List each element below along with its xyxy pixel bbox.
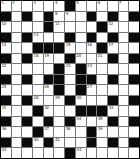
cell-2-8[interactable] [76,12,86,22]
cell-4-6[interactable] [54,33,64,43]
black-cell-11-8 [76,106,86,116]
black-cell-6-13 [129,54,139,64]
clue-number: 13 [34,33,39,37]
cell-3-7[interactable] [65,22,75,32]
cell-5-13[interactable] [129,43,139,53]
clue-number: 44 [76,148,81,152]
cell-15-1[interactable]: 43 [1,148,11,158]
clue-number: 41 [55,138,60,142]
cell-3-4[interactable] [33,22,43,32]
cell-6-6[interactable] [54,54,64,64]
black-cell-6-1 [1,54,11,64]
cell-13-2[interactable] [12,127,22,137]
clue-number: 33 [108,106,113,110]
cell-2-6[interactable]: 8 [54,12,64,22]
black-cell-7-6 [54,64,64,74]
cell-11-5[interactable]: 32 [44,106,54,116]
cell-15-6[interactable] [54,148,64,158]
clue-number: 29 [55,96,60,100]
cell-7-7[interactable]: 23 [65,64,75,74]
cell-15-2[interactable] [12,148,22,158]
cell-13-3[interactable] [22,127,32,137]
clue-number: 19 [44,54,49,58]
cell-7-11[interactable] [108,64,118,74]
black-cell-11-9 [87,106,97,116]
cell-15-4[interactable] [33,148,43,158]
black-cell-6-3 [22,54,32,64]
clue-number: 34 [76,117,81,121]
black-cell-8-9 [87,75,97,85]
black-cell-8-8 [76,75,86,85]
black-cell-4-11 [108,33,118,43]
black-cell-1-7 [65,1,75,11]
cell-4-10[interactable] [97,33,107,43]
cell-2-4[interactable] [33,12,43,22]
clue-number: 11 [55,22,60,26]
black-cell-14-13 [129,138,139,148]
clue-number: 21 [98,54,103,58]
black-cell-14-11 [108,138,118,148]
cell-3-1[interactable]: 10 [1,22,11,32]
cell-13-5[interactable]: 37 [44,127,54,137]
cell-4-2[interactable] [12,33,22,43]
cell-14-7[interactable] [65,138,75,148]
black-cell-10-11 [108,96,118,106]
black-cell-12-3 [22,117,32,127]
cell-3-2[interactable] [12,22,22,32]
clue-number: 22 [2,64,7,68]
cell-10-5[interactable] [44,96,54,106]
black-cell-5-10 [97,43,107,53]
clue-number: 32 [44,106,49,110]
cell-7-12[interactable] [119,64,129,74]
clue-number: 25 [2,85,7,89]
clue-number: 10 [2,22,7,26]
cell-1-5[interactable] [44,1,54,11]
cell-15-8[interactable]: 44 [76,148,86,158]
cell-9-4[interactable] [33,85,43,95]
black-cell-9-8 [76,85,86,95]
black-cell-13-4 [33,127,43,137]
cell-5-9[interactable]: 16 [87,43,97,53]
clue-number: 39 [98,127,103,131]
cell-15-12[interactable] [119,148,129,158]
cell-9-9[interactable]: 27 [87,85,97,95]
cell-11-6[interactable] [54,106,64,116]
cell-5-1[interactable]: 14 [1,43,11,53]
clue-number: 27 [87,85,92,89]
cell-5-8[interactable] [76,43,86,53]
black-cell-4-3 [22,33,32,43]
black-cell-4-13 [129,33,139,43]
clue-number: 30 [76,96,81,100]
black-cell-2-9 [87,12,97,22]
cell-10-2[interactable] [12,96,22,106]
black-cell-10-1 [1,96,11,106]
cell-1-13[interactable] [129,1,139,11]
cell-13-8[interactable] [76,127,86,137]
cell-15-10[interactable] [97,148,107,158]
cell-12-4[interactable] [33,117,43,127]
clue-number: 3 [34,1,36,5]
black-cell-14-9: 42 [87,138,97,148]
cell-7-9[interactable]: 24 [87,64,97,74]
cell-6-8[interactable]: 20 [76,54,86,64]
cell-11-13[interactable] [129,106,139,116]
black-cell-7-8 [76,64,86,74]
cell-1-10[interactable]: 6 [97,1,107,11]
clue-number: 16 [87,43,92,47]
black-cell-15-7 [65,148,75,158]
cell-9-1[interactable]: 25 [1,85,11,95]
black-cell-12-11 [108,117,118,127]
cell-13-7[interactable]: 38 [65,127,75,137]
cell-14-10[interactable] [97,138,107,148]
cell-13-6[interactable] [54,127,64,137]
black-cell-8-3 [22,75,32,85]
black-cell-12-1 [1,117,11,127]
black-cell-5-6 [54,43,64,53]
cell-1-3[interactable] [22,1,32,11]
black-cell-11-10 [97,106,107,116]
black-cell-10-13 [129,96,139,106]
black-cell-8-6 [54,75,64,85]
cell-8-12[interactable] [119,75,129,85]
black-cell-6-11 [108,54,118,64]
cell-6-4[interactable]: 18 [33,54,43,64]
black-cell-11-4 [33,106,43,116]
clue-number: 6 [98,1,100,5]
cell-3-12[interactable] [119,22,129,32]
black-cell-4-1 [1,33,11,43]
crossword-board: 1234567891011121314151617181920212223242… [0,0,140,159]
cell-15-9[interactable] [87,148,97,158]
cell-7-2[interactable] [12,64,22,74]
cell-15-11[interactable] [108,148,118,158]
clue-number: 15 [66,43,71,47]
black-cell-12-5 [44,117,54,127]
clue-number: 26 [44,85,49,89]
cell-8-4[interactable] [33,75,43,85]
black-cell-6-7 [65,54,75,64]
cell-9-3[interactable] [22,85,32,95]
cell-6-10[interactable]: 21 [97,54,107,64]
clue-number: 14 [2,43,7,47]
cell-1-8[interactable]: 5 [76,1,86,11]
cell-11-11[interactable]: 33 [108,106,118,116]
cell-7-4[interactable] [33,64,43,74]
cell-13-13[interactable] [129,127,139,137]
cell-15-13[interactable] [129,148,139,158]
cell-8-2[interactable] [12,75,22,85]
clue-number: 23 [66,64,71,68]
cell-7-10[interactable] [97,64,107,74]
black-cell-2-3 [22,12,32,22]
cell-9-13[interactable] [129,85,139,95]
cell-7-13[interactable] [129,64,139,74]
cell-3-6[interactable]: 11 [54,22,64,32]
cell-7-1[interactable]: 22 [1,64,11,74]
cell-15-5[interactable] [44,148,54,158]
cell-12-6[interactable] [54,117,64,127]
cell-3-13[interactable] [129,22,139,32]
cell-1-2[interactable]: 2 [12,1,22,11]
cell-11-12[interactable] [119,106,129,116]
clue-number: 9 [66,12,68,16]
cell-12-8[interactable]: 34 [76,117,86,127]
cell-4-4[interactable]: 13 [33,33,43,43]
black-cell-4-7 [65,33,75,43]
cell-1-4[interactable]: 3 [33,1,43,11]
clue-number: 24 [87,64,92,68]
cell-6-9[interactable] [87,54,97,64]
cell-13-12[interactable] [119,127,129,137]
cell-3-11[interactable]: 12 [108,22,118,32]
clue-number: 38 [66,127,71,131]
cell-8-7[interactable] [65,75,75,85]
cell-5-3[interactable] [22,43,32,53]
cell-1-11[interactable] [108,1,118,11]
clue-number: 4 [55,1,57,5]
cell-7-5[interactable] [44,64,54,74]
black-cell-4-9 [87,33,97,43]
black-cell-12-13 [129,117,139,127]
black-cell-2-5 [44,12,54,22]
cell-3-9[interactable] [87,22,97,32]
cell-10-10[interactable] [97,96,107,106]
cell-13-10[interactable]: 39 [97,127,107,137]
black-cell-10-7 [65,96,75,106]
cell-11-1[interactable]: 31 [1,106,11,116]
black-cell-14-1 [1,138,11,148]
black-cell-2-11 [108,12,118,22]
cell-5-7[interactable]: 15 [65,43,75,53]
cell-12-9[interactable] [87,117,97,127]
black-cell-5-4 [33,43,43,53]
cell-14-4[interactable]: 40 [33,138,43,148]
black-cell-5-5 [44,43,54,53]
cell-9-7[interactable] [65,85,75,95]
clue-number: 31 [2,106,7,110]
cell-9-12[interactable] [119,85,129,95]
cell-11-7[interactable] [65,106,75,116]
cell-14-2[interactable] [12,138,22,148]
cell-10-4[interactable]: 28 [33,96,43,106]
cell-9-2[interactable] [12,85,22,95]
cell-13-1[interactable]: 36 [1,127,11,137]
black-cell-8-13 [129,75,139,85]
black-cell-14-3 [22,138,32,148]
clue-number: 42 [87,138,92,142]
cell-3-8[interactable] [76,22,86,32]
cell-1-6[interactable]: 4 [54,1,64,11]
black-cell-3-10 [97,22,107,32]
cell-11-2[interactable] [12,106,22,116]
black-cell-10-3 [22,96,32,106]
cell-6-2[interactable] [12,54,22,64]
cell-14-12[interactable] [119,138,129,148]
black-cell-12-7 [65,117,75,127]
black-cell-8-1 [1,75,11,85]
cell-2-10[interactable] [97,12,107,22]
clue-number: 7 [119,1,121,5]
cell-2-12[interactable] [119,12,129,22]
cell-1-9[interactable] [87,1,97,11]
black-cell-2-1 [1,12,11,22]
cell-3-3[interactable] [22,22,32,32]
cell-5-11[interactable]: 17 [108,43,118,53]
cell-11-3[interactable] [22,106,32,116]
cell-6-12[interactable] [119,54,129,64]
clue-number: 20 [76,54,81,58]
black-cell-9-6 [54,85,64,95]
cell-13-11[interactable] [108,127,118,137]
black-cell-13-9 [87,127,97,137]
clue-number: 43 [2,148,7,152]
cell-7-3[interactable] [22,64,32,74]
cell-10-8[interactable]: 30 [76,96,86,106]
black-cell-3-5 [44,22,54,32]
cell-6-5[interactable]: 19 [44,54,54,64]
clue-number: 37 [44,127,49,131]
clue-number: 5 [76,1,78,5]
cell-12-12[interactable] [119,117,129,127]
black-cell-8-5 [44,75,54,85]
cell-9-11[interactable] [108,85,118,95]
clue-number: 36 [2,127,7,131]
black-cell-14-5 [44,138,54,148]
cell-14-6[interactable]: 41 [54,138,64,148]
cell-2-2[interactable] [12,12,22,22]
cell-5-12[interactable] [119,43,129,53]
clue-number: 28 [34,96,39,100]
clue-number: 8 [55,12,57,16]
crossword-page: 1234567891011121314151617181920212223242… [0,0,140,159]
cell-4-8[interactable] [76,33,86,43]
clue-number: 12 [108,22,113,26]
black-cell-2-13 [129,12,139,22]
black-cell-8-11 [108,75,118,85]
cell-1-12[interactable]: 7 [119,1,129,11]
cell-10-6[interactable]: 29 [54,96,64,106]
cell-12-10[interactable]: 35 [97,117,107,127]
clue-number: 1 [2,1,4,5]
cell-9-10[interactable] [97,85,107,95]
cell-8-10[interactable] [97,75,107,85]
clue-number: 17 [108,43,113,47]
cell-15-3[interactable] [22,148,32,158]
clue-number: 2 [12,1,14,5]
cell-4-5[interactable] [44,33,54,43]
cell-2-7[interactable]: 9 [65,12,75,22]
cell-10-9[interactable] [87,96,97,106]
cell-10-12[interactable] [119,96,129,106]
cell-4-12[interactable] [119,33,129,43]
cell-5-2[interactable] [12,43,22,53]
clue-number: 18 [34,54,39,58]
cell-14-8[interactable] [76,138,86,148]
clue-number: 35 [98,117,103,121]
cell-9-5[interactable]: 26 [44,85,54,95]
cell-1-1[interactable]: 1 [1,1,11,11]
clue-number: 40 [34,138,39,142]
cell-12-2[interactable] [12,117,22,127]
